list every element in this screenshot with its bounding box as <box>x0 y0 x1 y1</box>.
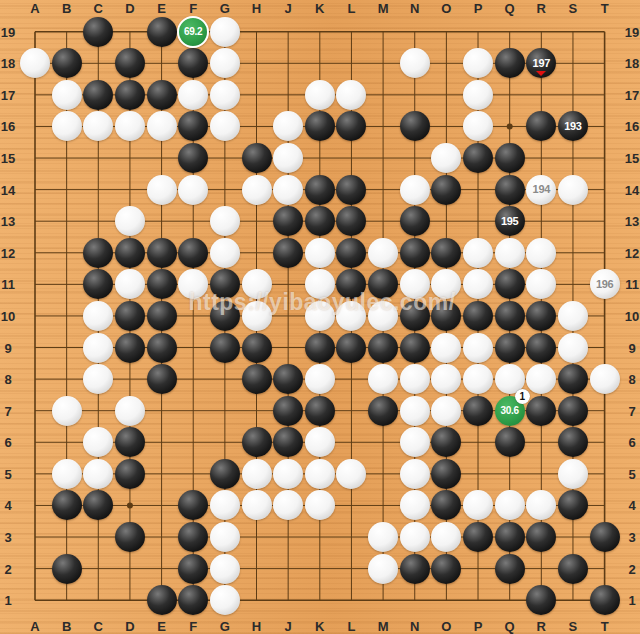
row-label-right-10: 10 <box>625 309 639 322</box>
stone-L12[interactable] <box>336 238 366 268</box>
ai-winrate-label: 30.6 <box>501 406 519 416</box>
stone-L17[interactable] <box>336 80 366 110</box>
stone-N13[interactable] <box>400 206 430 236</box>
stone-N14[interactable] <box>400 175 430 205</box>
stone-F12[interactable] <box>178 238 208 268</box>
stone-C19[interactable] <box>83 17 113 47</box>
stone-K6[interactable] <box>305 427 335 457</box>
col-label-bottom-C: C <box>94 620 103 633</box>
row-label-left-10: 10 <box>1 309 15 322</box>
row-label-right-5: 5 <box>628 467 635 480</box>
stone-N2[interactable] <box>400 554 430 584</box>
col-label-top-O: O <box>441 2 451 15</box>
stone-B17[interactable] <box>52 80 82 110</box>
stone-C10[interactable] <box>83 301 113 331</box>
stone-O9[interactable] <box>431 333 461 363</box>
stone-D17[interactable] <box>115 80 145 110</box>
stone-B7[interactable] <box>52 396 82 426</box>
stone-O3[interactable] <box>431 522 461 552</box>
col-label-bottom-A: A <box>30 620 39 633</box>
stone-D16[interactable] <box>115 111 145 141</box>
stone-G5[interactable] <box>210 459 240 489</box>
stone-K7[interactable] <box>305 396 335 426</box>
row-label-left-8: 8 <box>4 373 11 386</box>
stone-L13[interactable] <box>336 206 366 236</box>
col-label-bottom-F: F <box>189 620 197 633</box>
row-label-left-19: 19 <box>1 25 15 38</box>
stone-B18[interactable] <box>52 48 82 78</box>
stone-E1[interactable] <box>147 585 177 615</box>
col-label-top-L: L <box>347 2 355 15</box>
row-label-left-1: 1 <box>4 594 11 607</box>
stone-J6[interactable] <box>273 427 303 457</box>
last-move-marker-icon <box>536 71 546 76</box>
stone-Q9[interactable] <box>495 333 525 363</box>
row-label-left-14: 14 <box>1 183 15 196</box>
stone-F18[interactable] <box>178 48 208 78</box>
stone-T8[interactable] <box>590 364 620 394</box>
stone-H14[interactable] <box>242 175 272 205</box>
stone-D11[interactable] <box>115 269 145 299</box>
stone-H8[interactable] <box>242 364 272 394</box>
stone-R11[interactable] <box>526 269 556 299</box>
row-label-left-13: 13 <box>1 215 15 228</box>
stone-B2[interactable] <box>52 554 82 584</box>
stone-O7[interactable] <box>431 396 461 426</box>
stone-G3[interactable] <box>210 522 240 552</box>
stone-D7[interactable] <box>115 396 145 426</box>
stone-O12[interactable] <box>431 238 461 268</box>
stone-N5[interactable] <box>400 459 430 489</box>
stone-S9[interactable] <box>558 333 588 363</box>
stone-Q4[interactable] <box>495 490 525 520</box>
stone-O5[interactable] <box>431 459 461 489</box>
stone-C9[interactable] <box>83 333 113 363</box>
stone-J16[interactable] <box>273 111 303 141</box>
stone-J4[interactable] <box>273 490 303 520</box>
stone-N16[interactable] <box>400 111 430 141</box>
stone-J13[interactable] <box>273 206 303 236</box>
stone-T3[interactable] <box>590 522 620 552</box>
stone-C11[interactable] <box>83 269 113 299</box>
ai-winrate-label: 69.2 <box>184 27 202 37</box>
go-board[interactable]: AABBCCDDEEFFGGHHJJKKLLMMNNOOPPQQRRSSTT19… <box>0 0 640 634</box>
stone-B16[interactable] <box>52 111 82 141</box>
stone-N9[interactable] <box>400 333 430 363</box>
col-label-bottom-R: R <box>537 620 546 633</box>
row-label-right-3: 3 <box>628 531 635 544</box>
stone-F16[interactable] <box>178 111 208 141</box>
stone-Q14[interactable] <box>495 175 525 205</box>
stone-H9[interactable] <box>242 333 272 363</box>
row-label-right-6: 6 <box>628 436 635 449</box>
row-label-right-4: 4 <box>628 499 635 512</box>
stone-F14[interactable] <box>178 175 208 205</box>
col-label-bottom-J: J <box>285 620 292 633</box>
stone-E16[interactable] <box>147 111 177 141</box>
stone-N6[interactable] <box>400 427 430 457</box>
stone-T1[interactable] <box>590 585 620 615</box>
stone-P7[interactable] <box>463 396 493 426</box>
stone-T11[interactable]: 196 <box>590 269 620 299</box>
stone-R8[interactable] <box>526 364 556 394</box>
ai-suggestion-F19[interactable]: 69.2 <box>177 16 209 48</box>
stone-G18[interactable] <box>210 48 240 78</box>
stone-O14[interactable] <box>431 175 461 205</box>
row-label-right-15: 15 <box>625 152 639 165</box>
stone-S2[interactable] <box>558 554 588 584</box>
col-label-top-N: N <box>410 2 419 15</box>
row-label-left-2: 2 <box>4 562 11 575</box>
hoshi-D4 <box>127 502 133 508</box>
col-label-bottom-P: P <box>474 620 483 633</box>
row-label-left-5: 5 <box>4 467 11 480</box>
hoshi-Q16 <box>507 123 513 129</box>
col-label-top-J: J <box>285 2 292 15</box>
stone-R1[interactable] <box>526 585 556 615</box>
stone-L9[interactable] <box>336 333 366 363</box>
row-label-left-9: 9 <box>4 341 11 354</box>
col-label-bottom-O: O <box>441 620 451 633</box>
stone-S6[interactable] <box>558 427 588 457</box>
stone-G17[interactable] <box>210 80 240 110</box>
ai-suggestion-Q7[interactable]: 30.61 <box>495 396 525 426</box>
stone-O4[interactable] <box>431 490 461 520</box>
stone-K16[interactable] <box>305 111 335 141</box>
stone-F15[interactable] <box>178 143 208 173</box>
stone-H5[interactable] <box>242 459 272 489</box>
stone-P10[interactable] <box>463 301 493 331</box>
stone-F4[interactable] <box>178 490 208 520</box>
stone-J7[interactable] <box>273 396 303 426</box>
stone-L5[interactable] <box>336 459 366 489</box>
row-label-left-4: 4 <box>4 499 11 512</box>
stone-B4[interactable] <box>52 490 82 520</box>
stone-Q2[interactable] <box>495 554 525 584</box>
stone-R12[interactable] <box>526 238 556 268</box>
stone-Q13[interactable]: 195 <box>495 206 525 236</box>
col-label-bottom-H: H <box>252 620 261 633</box>
stone-P4[interactable] <box>463 490 493 520</box>
stone-H15[interactable] <box>242 143 272 173</box>
stone-R4[interactable] <box>526 490 556 520</box>
stone-F3[interactable] <box>178 522 208 552</box>
stone-D13[interactable] <box>115 206 145 236</box>
stone-R10[interactable] <box>526 301 556 331</box>
row-label-left-16: 16 <box>1 120 15 133</box>
stone-P9[interactable] <box>463 333 493 363</box>
row-label-right-14: 14 <box>625 183 639 196</box>
row-label-left-12: 12 <box>1 246 15 259</box>
row-label-right-8: 8 <box>628 373 635 386</box>
row-label-right-13: 13 <box>625 215 639 228</box>
stone-G1[interactable] <box>210 585 240 615</box>
stone-E8[interactable] <box>147 364 177 394</box>
stone-J5[interactable] <box>273 459 303 489</box>
watermark: https://yibaoyulec.com/ <box>188 289 455 316</box>
stone-E11[interactable] <box>147 269 177 299</box>
move-number-S16: 193 <box>564 121 581 132</box>
stone-P11[interactable] <box>463 269 493 299</box>
col-label-top-R: R <box>537 2 546 15</box>
stone-K12[interactable] <box>305 238 335 268</box>
stone-P16[interactable] <box>463 111 493 141</box>
stone-N8[interactable] <box>400 364 430 394</box>
move-number-Q13: 195 <box>501 216 518 227</box>
stone-S16[interactable]: 193 <box>558 111 588 141</box>
stone-A18[interactable] <box>20 48 50 78</box>
col-label-bottom-B: B <box>62 620 71 633</box>
row-label-right-7: 7 <box>628 404 635 417</box>
stone-E19[interactable] <box>147 17 177 47</box>
col-label-top-A: A <box>30 2 39 15</box>
stone-D10[interactable] <box>115 301 145 331</box>
stone-Q11[interactable] <box>495 269 525 299</box>
stone-K4[interactable] <box>305 490 335 520</box>
stone-G2[interactable] <box>210 554 240 584</box>
stone-S8[interactable] <box>558 364 588 394</box>
row-label-right-17: 17 <box>625 88 639 101</box>
stone-G19[interactable] <box>210 17 240 47</box>
stone-K17[interactable] <box>305 80 335 110</box>
variation-number-badge: 1 <box>515 389 530 404</box>
stone-F2[interactable] <box>178 554 208 584</box>
move-number-R18: 197 <box>533 58 550 69</box>
stone-E14[interactable] <box>147 175 177 205</box>
stone-H4[interactable] <box>242 490 272 520</box>
stone-E17[interactable] <box>147 80 177 110</box>
col-label-bottom-E: E <box>157 620 166 633</box>
stone-J8[interactable] <box>273 364 303 394</box>
stone-S10[interactable] <box>558 301 588 331</box>
col-label-top-P: P <box>474 2 483 15</box>
col-label-bottom-K: K <box>315 620 324 633</box>
stone-M12[interactable] <box>368 238 398 268</box>
col-label-bottom-D: D <box>125 620 134 633</box>
stone-L16[interactable] <box>336 111 366 141</box>
stone-R9[interactable] <box>526 333 556 363</box>
row-label-right-16: 16 <box>625 120 639 133</box>
stone-C12[interactable] <box>83 238 113 268</box>
row-label-right-19: 19 <box>625 25 639 38</box>
stone-N7[interactable] <box>400 396 430 426</box>
stone-S7[interactable] <box>558 396 588 426</box>
stone-F1[interactable] <box>178 585 208 615</box>
stone-Q15[interactable] <box>495 143 525 173</box>
stone-K9[interactable] <box>305 333 335 363</box>
move-number-T11: 196 <box>596 279 613 290</box>
col-label-top-G: G <box>220 2 230 15</box>
stone-G4[interactable] <box>210 490 240 520</box>
stone-Q12[interactable] <box>495 238 525 268</box>
stone-K5[interactable] <box>305 459 335 489</box>
stone-P17[interactable] <box>463 80 493 110</box>
stone-P12[interactable] <box>463 238 493 268</box>
stone-O15[interactable] <box>431 143 461 173</box>
stone-O6[interactable] <box>431 427 461 457</box>
stone-O8[interactable] <box>431 364 461 394</box>
stone-G13[interactable] <box>210 206 240 236</box>
row-label-right-1: 1 <box>628 594 635 607</box>
row-label-left-17: 17 <box>1 88 15 101</box>
row-label-left-3: 3 <box>4 531 11 544</box>
stone-K8[interactable] <box>305 364 335 394</box>
stone-R18[interactable]: 197 <box>526 48 556 78</box>
row-label-left-15: 15 <box>1 152 15 165</box>
col-label-top-C: C <box>94 2 103 15</box>
row-label-right-11: 11 <box>625 278 639 291</box>
col-label-bottom-M: M <box>378 620 389 633</box>
row-label-left-6: 6 <box>4 436 11 449</box>
stone-G12[interactable] <box>210 238 240 268</box>
stone-C6[interactable] <box>83 427 113 457</box>
stone-F17[interactable] <box>178 80 208 110</box>
stone-N18[interactable] <box>400 48 430 78</box>
stone-B5[interactable] <box>52 459 82 489</box>
row-label-right-12: 12 <box>625 246 639 259</box>
col-label-bottom-N: N <box>410 620 419 633</box>
stone-Q10[interactable] <box>495 301 525 331</box>
col-label-top-H: H <box>252 2 261 15</box>
col-label-top-F: F <box>189 2 197 15</box>
col-label-top-D: D <box>125 2 134 15</box>
stone-G9[interactable] <box>210 333 240 363</box>
stone-M8[interactable] <box>368 364 398 394</box>
stone-D18[interactable] <box>115 48 145 78</box>
col-label-top-T: T <box>601 2 609 15</box>
col-label-bottom-G: G <box>220 620 230 633</box>
stone-H6[interactable] <box>242 427 272 457</box>
row-label-left-7: 7 <box>4 404 11 417</box>
stone-M7[interactable] <box>368 396 398 426</box>
col-label-bottom-Q: Q <box>505 620 515 633</box>
stone-J12[interactable] <box>273 238 303 268</box>
stone-E10[interactable] <box>147 301 177 331</box>
stone-D3[interactable] <box>115 522 145 552</box>
col-label-bottom-S: S <box>569 620 578 633</box>
stone-Q6[interactable] <box>495 427 525 457</box>
row-label-right-9: 9 <box>628 341 635 354</box>
stone-M2[interactable] <box>368 554 398 584</box>
row-label-left-18: 18 <box>1 57 15 70</box>
stone-M3[interactable] <box>368 522 398 552</box>
stone-P3[interactable] <box>463 522 493 552</box>
stone-R14[interactable]: 194 <box>526 175 556 205</box>
row-label-right-18: 18 <box>625 57 639 70</box>
stone-J14[interactable] <box>273 175 303 205</box>
stone-Q3[interactable] <box>495 522 525 552</box>
stone-N3[interactable] <box>400 522 430 552</box>
stone-S4[interactable] <box>558 490 588 520</box>
stone-D9[interactable] <box>115 333 145 363</box>
stone-R16[interactable] <box>526 111 556 141</box>
stone-C5[interactable] <box>83 459 113 489</box>
stone-E9[interactable] <box>147 333 177 363</box>
stone-C4[interactable] <box>83 490 113 520</box>
col-label-top-M: M <box>378 2 389 15</box>
col-label-bottom-L: L <box>347 620 355 633</box>
stone-C16[interactable] <box>83 111 113 141</box>
row-label-left-11: 11 <box>1 278 15 291</box>
stone-Q18[interactable] <box>495 48 525 78</box>
stone-C17[interactable] <box>83 80 113 110</box>
col-label-top-B: B <box>62 2 71 15</box>
stone-G16[interactable] <box>210 111 240 141</box>
col-label-top-K: K <box>315 2 324 15</box>
stone-D6[interactable] <box>115 427 145 457</box>
stone-R3[interactable] <box>526 522 556 552</box>
stone-K13[interactable] <box>305 206 335 236</box>
stone-P15[interactable] <box>463 143 493 173</box>
col-label-bottom-T: T <box>601 620 609 633</box>
stone-L14[interactable] <box>336 175 366 205</box>
stone-S14[interactable] <box>558 175 588 205</box>
col-label-top-E: E <box>157 2 166 15</box>
stone-D12[interactable] <box>115 238 145 268</box>
stone-E12[interactable] <box>147 238 177 268</box>
stone-R7[interactable] <box>526 396 556 426</box>
stone-J15[interactable] <box>273 143 303 173</box>
stone-S5[interactable] <box>558 459 588 489</box>
stone-O2[interactable] <box>431 554 461 584</box>
stone-P18[interactable] <box>463 48 493 78</box>
stone-D5[interactable] <box>115 459 145 489</box>
col-label-top-Q: Q <box>505 2 515 15</box>
stone-C8[interactable] <box>83 364 113 394</box>
col-label-top-S: S <box>569 2 578 15</box>
stone-P8[interactable] <box>463 364 493 394</box>
stone-K14[interactable] <box>305 175 335 205</box>
stone-N12[interactable] <box>400 238 430 268</box>
stone-M9[interactable] <box>368 333 398 363</box>
move-number-R14: 194 <box>533 184 550 195</box>
row-label-right-2: 2 <box>628 562 635 575</box>
stone-N4[interactable] <box>400 490 430 520</box>
